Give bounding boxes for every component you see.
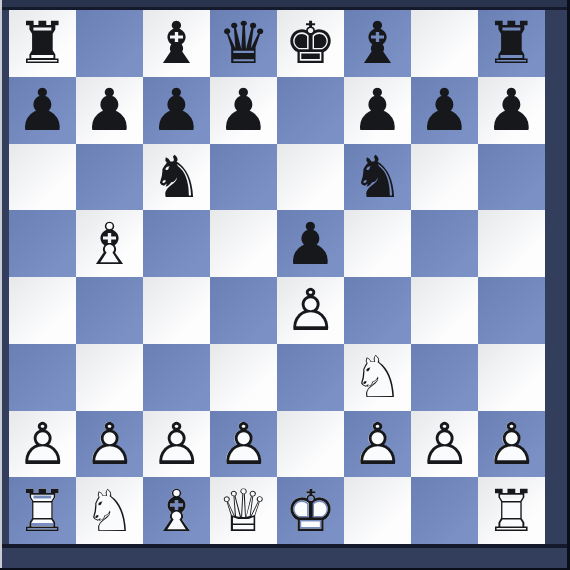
square-b1[interactable]: ♞♘ <box>76 477 143 544</box>
square-g8[interactable] <box>411 10 478 77</box>
white-rook[interactable]: ♜♖ <box>9 477 76 544</box>
square-h5[interactable] <box>478 210 545 277</box>
square-g1[interactable] <box>411 477 478 544</box>
black-knight[interactable]: ♞ <box>143 144 210 211</box>
square-g6[interactable] <box>411 144 478 211</box>
square-c4[interactable] <box>143 277 210 344</box>
chessboard-screenshot: ♜♝♛♚♝♜♟♟♟♟♟♟♟♞♞♝♗♟♟♙♞♘♟♙♟♙♟♙♟♙♟♙♟♙♟♙♜♖♞♘… <box>0 0 570 570</box>
black-rook[interactable]: ♜ <box>9 10 76 77</box>
square-d7[interactable]: ♟ <box>210 77 277 144</box>
white-king[interactable]: ♚♔ <box>277 477 344 544</box>
square-e6[interactable] <box>277 144 344 211</box>
square-a3[interactable] <box>9 344 76 411</box>
white-rook-outline: ♖ <box>9 477 76 544</box>
white-pawn-outline: ♙ <box>478 411 545 478</box>
square-h2[interactable]: ♟♙ <box>478 411 545 478</box>
square-d3[interactable] <box>210 344 277 411</box>
square-c2[interactable]: ♟♙ <box>143 411 210 478</box>
square-h4[interactable] <box>478 277 545 344</box>
square-h8[interactable]: ♜ <box>478 10 545 77</box>
white-pawn[interactable]: ♟♙ <box>210 411 277 478</box>
white-rook[interactable]: ♜♖ <box>478 477 545 544</box>
white-knight[interactable]: ♞♘ <box>344 344 411 411</box>
black-knight[interactable]: ♞ <box>344 144 411 211</box>
square-e7[interactable] <box>277 77 344 144</box>
square-a1[interactable]: ♜♖ <box>9 477 76 544</box>
square-e2[interactable] <box>277 411 344 478</box>
black-pawn[interactable]: ♟ <box>143 77 210 144</box>
square-a7[interactable]: ♟ <box>9 77 76 144</box>
black-queen[interactable]: ♛ <box>210 10 277 77</box>
square-a5[interactable] <box>9 210 76 277</box>
square-f8[interactable]: ♝ <box>344 10 411 77</box>
square-f3[interactable]: ♞♘ <box>344 344 411 411</box>
square-f2[interactable]: ♟♙ <box>344 411 411 478</box>
white-pawn[interactable]: ♟♙ <box>277 277 344 344</box>
square-d6[interactable] <box>210 144 277 211</box>
square-f1[interactable] <box>344 477 411 544</box>
square-e4[interactable]: ♟♙ <box>277 277 344 344</box>
square-b8[interactable] <box>76 10 143 77</box>
white-pawn[interactable]: ♟♙ <box>143 411 210 478</box>
square-f4[interactable] <box>344 277 411 344</box>
white-knight-outline: ♘ <box>76 477 143 544</box>
black-pawn[interactable]: ♟ <box>344 77 411 144</box>
white-bishop-outline: ♗ <box>143 477 210 544</box>
black-rook[interactable]: ♜ <box>478 10 545 77</box>
square-e1[interactable]: ♚♔ <box>277 477 344 544</box>
white-pawn-outline: ♙ <box>344 411 411 478</box>
square-f6[interactable]: ♞ <box>344 144 411 211</box>
white-queen-outline: ♕ <box>210 477 277 544</box>
square-c7[interactable]: ♟ <box>143 77 210 144</box>
black-pawn[interactable]: ♟ <box>411 77 478 144</box>
white-pawn[interactable]: ♟♙ <box>9 411 76 478</box>
black-pawn[interactable]: ♟ <box>76 77 143 144</box>
white-pawn[interactable]: ♟♙ <box>76 411 143 478</box>
square-c3[interactable] <box>143 344 210 411</box>
black-pawn[interactable]: ♟ <box>9 77 76 144</box>
square-g2[interactable]: ♟♙ <box>411 411 478 478</box>
square-c8[interactable]: ♝ <box>143 10 210 77</box>
square-e5[interactable]: ♟ <box>277 210 344 277</box>
square-d1[interactable]: ♛♕ <box>210 477 277 544</box>
square-d8[interactable]: ♛ <box>210 10 277 77</box>
square-h3[interactable] <box>478 344 545 411</box>
black-bishop[interactable]: ♝ <box>344 10 411 77</box>
black-pawn[interactable]: ♟ <box>277 210 344 277</box>
square-b5[interactable]: ♝♗ <box>76 210 143 277</box>
square-d4[interactable] <box>210 277 277 344</box>
frame-left-gray-edge <box>0 0 2 570</box>
white-knight-outline: ♘ <box>344 344 411 411</box>
white-pawn-outline: ♙ <box>411 411 478 478</box>
black-bishop[interactable]: ♝ <box>143 10 210 77</box>
white-king-outline: ♔ <box>277 477 344 544</box>
square-a6[interactable] <box>9 144 76 211</box>
white-pawn-outline: ♙ <box>210 411 277 478</box>
white-pawn[interactable]: ♟♙ <box>478 411 545 478</box>
square-b7[interactable]: ♟ <box>76 77 143 144</box>
square-f7[interactable]: ♟ <box>344 77 411 144</box>
white-pawn-outline: ♙ <box>143 411 210 478</box>
white-bishop-outline: ♗ <box>76 210 143 277</box>
square-c5[interactable] <box>143 210 210 277</box>
white-bishop[interactable]: ♝♗ <box>143 477 210 544</box>
white-pawn[interactable]: ♟♙ <box>344 411 411 478</box>
square-g7[interactable]: ♟ <box>411 77 478 144</box>
white-pawn-outline: ♙ <box>76 411 143 478</box>
white-queen[interactable]: ♛♕ <box>210 477 277 544</box>
square-g4[interactable] <box>411 277 478 344</box>
square-b4[interactable] <box>76 277 143 344</box>
white-knight[interactable]: ♞♘ <box>76 477 143 544</box>
square-g5[interactable] <box>411 210 478 277</box>
black-pawn[interactable]: ♟ <box>478 77 545 144</box>
white-pawn-outline: ♙ <box>9 411 76 478</box>
square-c6[interactable]: ♞ <box>143 144 210 211</box>
square-a4[interactable] <box>9 277 76 344</box>
square-b2[interactable]: ♟♙ <box>76 411 143 478</box>
white-bishop[interactable]: ♝♗ <box>76 210 143 277</box>
chess-board: ♜♝♛♚♝♜♟♟♟♟♟♟♟♞♞♝♗♟♟♙♞♘♟♙♟♙♟♙♟♙♟♙♟♙♟♙♜♖♞♘… <box>9 10 545 544</box>
square-d2[interactable]: ♟♙ <box>210 411 277 478</box>
square-c1[interactable]: ♝♗ <box>143 477 210 544</box>
square-h1[interactable]: ♜♖ <box>478 477 545 544</box>
square-e3[interactable] <box>277 344 344 411</box>
white-rook-outline: ♖ <box>478 477 545 544</box>
square-h7[interactable]: ♟ <box>478 77 545 144</box>
square-f5[interactable] <box>344 210 411 277</box>
frame-top-strip <box>0 0 570 7</box>
square-b3[interactable] <box>76 344 143 411</box>
square-b6[interactable] <box>76 144 143 211</box>
black-pawn[interactable]: ♟ <box>210 77 277 144</box>
frame-bottom-black-line <box>0 544 570 548</box>
black-king[interactable]: ♚ <box>277 10 344 77</box>
square-e8[interactable]: ♚ <box>277 10 344 77</box>
square-d5[interactable] <box>210 210 277 277</box>
square-g3[interactable] <box>411 344 478 411</box>
white-pawn[interactable]: ♟♙ <box>411 411 478 478</box>
square-a2[interactable]: ♟♙ <box>9 411 76 478</box>
square-a8[interactable]: ♜ <box>9 10 76 77</box>
square-h6[interactable] <box>478 144 545 211</box>
white-pawn-outline: ♙ <box>277 277 344 344</box>
